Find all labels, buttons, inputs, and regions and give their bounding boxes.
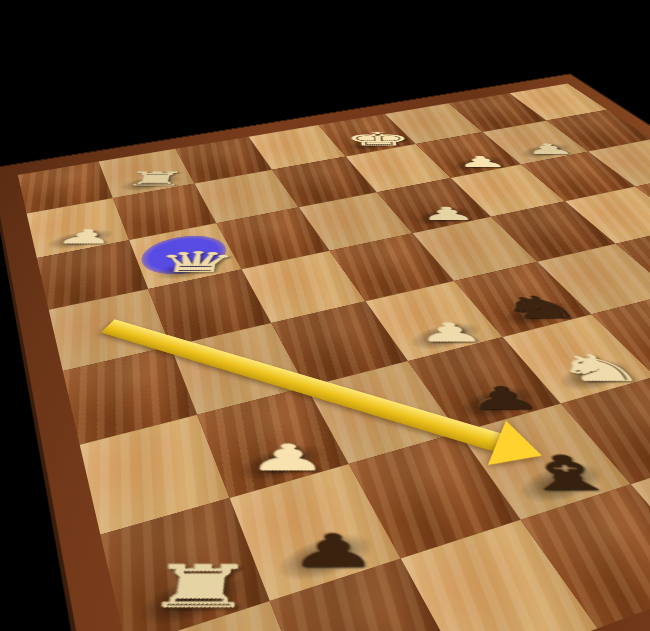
piece-contact-shadow [451, 380, 547, 426]
chess-app-3d-view: ♜♚♟♟♟♛♟♟♞♟♟♞♜♟♝♟♜♝ [0, 0, 650, 631]
piece-white-pawn-d5[interactable]: ♟ [398, 320, 506, 345]
piece-white-queen-b3[interactable]: ♛ [147, 249, 246, 276]
piece-white-knight-e6[interactable]: ♞ [539, 351, 650, 386]
board-scene: ♜♚♟♟♟♛♟♟♞♟♟♞♜♟♝♟♜♝ [0, 0, 650, 631]
piece-white-pawn-e3[interactable]: ♟ [404, 205, 494, 222]
chess-board[interactable]: ♜♚♟♟♟♛♟♟♞♟♟♞♜♟♝♟♜♝ [0, 73, 650, 631]
piece-contact-shadow [494, 296, 579, 332]
